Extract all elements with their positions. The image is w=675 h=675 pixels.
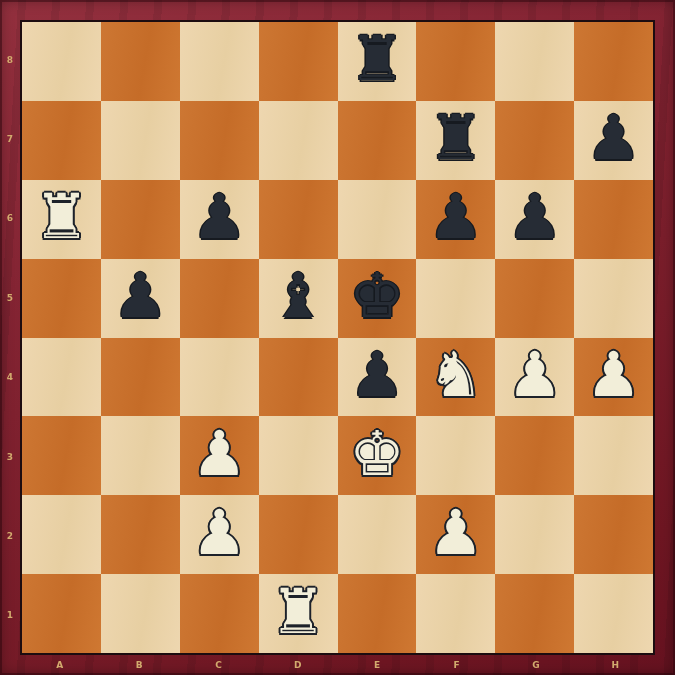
square-h1[interactable] xyxy=(574,574,653,653)
chess-board[interactable]: ♜♜♟♜♟♟♟♟♝♚♟♞♟♟♟♚♟♟♜ xyxy=(20,20,655,655)
black-rook-f7[interactable]: ♜ xyxy=(428,107,484,169)
square-b4[interactable] xyxy=(101,338,180,417)
square-h2[interactable] xyxy=(574,495,653,574)
square-c2[interactable]: ♟ xyxy=(180,495,259,574)
file-label-d: D xyxy=(258,655,337,675)
square-b3[interactable] xyxy=(101,416,180,495)
white-king-e3[interactable]: ♚ xyxy=(349,423,405,485)
square-a5[interactable] xyxy=(22,259,101,338)
file-label-g: G xyxy=(496,655,575,675)
square-g8[interactable] xyxy=(495,22,574,101)
file-label-b: B xyxy=(99,655,178,675)
file-label-f: F xyxy=(417,655,496,675)
square-e3[interactable]: ♚ xyxy=(338,416,417,495)
black-pawn-b5[interactable]: ♟ xyxy=(113,265,169,327)
white-pawn-g4[interactable]: ♟ xyxy=(507,344,563,406)
white-pawn-c3[interactable]: ♟ xyxy=(191,423,247,485)
rank-label-8: 8 xyxy=(0,20,20,99)
square-g4[interactable]: ♟ xyxy=(495,338,574,417)
white-rook-a6[interactable]: ♜ xyxy=(34,186,90,248)
rank-label-3: 3 xyxy=(0,417,20,496)
square-b8[interactable] xyxy=(101,22,180,101)
square-d5[interactable]: ♝ xyxy=(259,259,338,338)
rank-label-6: 6 xyxy=(0,179,20,258)
square-e4[interactable]: ♟ xyxy=(338,338,417,417)
file-labels: ABCDEFGH xyxy=(20,655,655,675)
square-g7[interactable] xyxy=(495,101,574,180)
square-e5[interactable]: ♚ xyxy=(338,259,417,338)
square-a4[interactable] xyxy=(22,338,101,417)
square-f3[interactable] xyxy=(416,416,495,495)
rank-label-7: 7 xyxy=(0,99,20,178)
square-g1[interactable] xyxy=(495,574,574,653)
square-e7[interactable] xyxy=(338,101,417,180)
white-rook-d1[interactable]: ♜ xyxy=(270,581,326,643)
square-a7[interactable] xyxy=(22,101,101,180)
square-h7[interactable]: ♟ xyxy=(574,101,653,180)
square-h5[interactable] xyxy=(574,259,653,338)
square-d2[interactable] xyxy=(259,495,338,574)
board-frame: 87654321 ABCDEFGH ♜♜♟♜♟♟♟♟♝♚♟♞♟♟♟♚♟♟♜ xyxy=(0,0,675,675)
black-pawn-g6[interactable]: ♟ xyxy=(507,186,563,248)
square-b2[interactable] xyxy=(101,495,180,574)
square-a3[interactable] xyxy=(22,416,101,495)
square-c5[interactable] xyxy=(180,259,259,338)
rank-labels: 87654321 xyxy=(0,20,20,655)
square-a6[interactable]: ♜ xyxy=(22,180,101,259)
square-h6[interactable] xyxy=(574,180,653,259)
square-h3[interactable] xyxy=(574,416,653,495)
file-label-c: C xyxy=(179,655,258,675)
square-b6[interactable] xyxy=(101,180,180,259)
square-f1[interactable] xyxy=(416,574,495,653)
square-f4[interactable]: ♞ xyxy=(416,338,495,417)
square-c6[interactable]: ♟ xyxy=(180,180,259,259)
black-pawn-f6[interactable]: ♟ xyxy=(428,186,484,248)
square-g3[interactable] xyxy=(495,416,574,495)
white-knight-f4[interactable]: ♞ xyxy=(428,344,484,406)
square-f2[interactable]: ♟ xyxy=(416,495,495,574)
square-f7[interactable]: ♜ xyxy=(416,101,495,180)
black-king-e5[interactable]: ♚ xyxy=(349,265,405,327)
square-g5[interactable] xyxy=(495,259,574,338)
square-h8[interactable] xyxy=(574,22,653,101)
square-f5[interactable] xyxy=(416,259,495,338)
white-pawn-c2[interactable]: ♟ xyxy=(191,502,247,564)
square-f6[interactable]: ♟ xyxy=(416,180,495,259)
black-bishop-d5[interactable]: ♝ xyxy=(270,265,326,327)
file-label-e: E xyxy=(338,655,417,675)
square-b5[interactable]: ♟ xyxy=(101,259,180,338)
square-d1[interactable]: ♜ xyxy=(259,574,338,653)
square-f8[interactable] xyxy=(416,22,495,101)
square-c1[interactable] xyxy=(180,574,259,653)
square-b7[interactable] xyxy=(101,101,180,180)
rank-label-4: 4 xyxy=(0,338,20,417)
black-pawn-c6[interactable]: ♟ xyxy=(191,186,247,248)
square-e2[interactable] xyxy=(338,495,417,574)
rank-label-1: 1 xyxy=(0,576,20,655)
square-a8[interactable] xyxy=(22,22,101,101)
white-pawn-h4[interactable]: ♟ xyxy=(586,344,642,406)
square-d4[interactable] xyxy=(259,338,338,417)
square-c3[interactable]: ♟ xyxy=(180,416,259,495)
black-pawn-h7[interactable]: ♟ xyxy=(586,107,642,169)
square-e8[interactable]: ♜ xyxy=(338,22,417,101)
square-b1[interactable] xyxy=(101,574,180,653)
square-g2[interactable] xyxy=(495,495,574,574)
square-g6[interactable]: ♟ xyxy=(495,180,574,259)
square-a2[interactable] xyxy=(22,495,101,574)
rank-label-5: 5 xyxy=(0,258,20,337)
square-d3[interactable] xyxy=(259,416,338,495)
square-d6[interactable] xyxy=(259,180,338,259)
rank-label-2: 2 xyxy=(0,496,20,575)
square-d7[interactable] xyxy=(259,101,338,180)
square-a1[interactable] xyxy=(22,574,101,653)
black-rook-e8[interactable]: ♜ xyxy=(349,28,405,90)
square-c4[interactable] xyxy=(180,338,259,417)
square-h4[interactable]: ♟ xyxy=(574,338,653,417)
square-e6[interactable] xyxy=(338,180,417,259)
black-pawn-e4[interactable]: ♟ xyxy=(349,344,405,406)
square-c8[interactable] xyxy=(180,22,259,101)
square-d8[interactable] xyxy=(259,22,338,101)
square-e1[interactable] xyxy=(338,574,417,653)
file-label-h: H xyxy=(576,655,655,675)
file-label-a: A xyxy=(20,655,99,675)
white-pawn-f2[interactable]: ♟ xyxy=(428,502,484,564)
square-c7[interactable] xyxy=(180,101,259,180)
